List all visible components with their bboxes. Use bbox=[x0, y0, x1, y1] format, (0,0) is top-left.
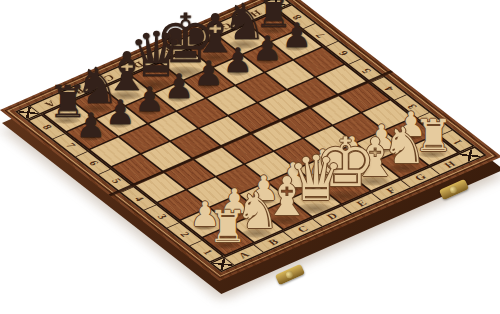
coordinate-label-text: 8 bbox=[289, 13, 306, 22]
coordinate-label-text: 6 bbox=[335, 49, 352, 58]
coordinate-label-text: C bbox=[294, 224, 311, 235]
coordinate-label-text: H bbox=[441, 159, 459, 170]
chess-board: ABCDEFGH 87654321 87654321 ABCDEFGH bbox=[0, 0, 500, 281]
coordinate-label-text: A bbox=[235, 250, 252, 261]
coordinate-label-text: 1 bbox=[449, 138, 466, 147]
chess-set-product-photo: ABCDEFGH 87654321 87654321 ABCDEFGH ♜♞♝♛… bbox=[0, 0, 500, 314]
coordinate-label-text: 2 bbox=[427, 120, 444, 129]
coordinate-label-text: 1 bbox=[199, 248, 216, 257]
coordinate-label-text: D bbox=[324, 211, 341, 222]
coordinate-label-text: 6 bbox=[85, 159, 102, 168]
coordinate-label-text: 7 bbox=[62, 141, 79, 150]
coordinate-label-text: 2 bbox=[176, 230, 193, 239]
coordinate-label-text: 3 bbox=[404, 102, 421, 111]
coordinate-label-text: 4 bbox=[130, 194, 147, 203]
coordinate-label-text: E bbox=[353, 198, 370, 209]
coordinate-label-text: B bbox=[265, 237, 282, 248]
coordinate-label-text: 3 bbox=[153, 212, 170, 221]
coordinate-label-text: 4 bbox=[381, 84, 398, 93]
coordinate-label-text: 5 bbox=[358, 66, 375, 75]
coordinate-label-text: G bbox=[412, 172, 430, 183]
coordinate-label-text: 5 bbox=[108, 177, 125, 186]
coordinate-label-text: 7 bbox=[312, 31, 329, 40]
coordinate-label-text: F bbox=[383, 185, 399, 195]
coordinate-label-text: 8 bbox=[39, 123, 56, 132]
